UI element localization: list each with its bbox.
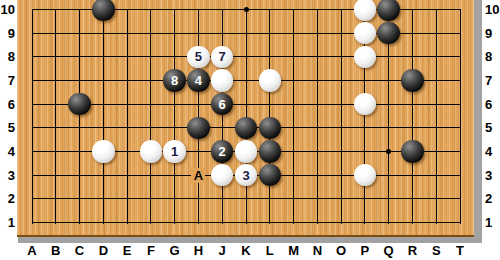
grid-line bbox=[436, 9, 437, 224]
row-label-right-5: 5 bbox=[485, 120, 500, 135]
row-label-left-8: 8 bbox=[0, 49, 15, 64]
row-label-left-3: 3 bbox=[0, 168, 15, 183]
stone-P8 bbox=[354, 46, 377, 69]
col-label-F: F bbox=[142, 244, 160, 258]
grid-line bbox=[150, 9, 151, 224]
row-label-right-8: 8 bbox=[485, 49, 500, 64]
grid-line bbox=[293, 9, 294, 224]
col-label-E: E bbox=[118, 244, 136, 258]
stone-D4 bbox=[92, 140, 115, 163]
row-label-right-10: 10 bbox=[485, 2, 500, 17]
stone-L7 bbox=[259, 69, 282, 92]
row-label-right-4: 4 bbox=[485, 144, 500, 159]
row-label-right-7: 7 bbox=[485, 73, 500, 88]
stone-H8: 5 bbox=[187, 46, 210, 69]
col-label-N: N bbox=[308, 244, 326, 258]
col-label-A: A bbox=[23, 244, 41, 258]
stone-G4: 1 bbox=[163, 140, 186, 163]
move-number: 1 bbox=[171, 144, 178, 159]
stone-L4 bbox=[259, 140, 282, 163]
col-label-B: B bbox=[47, 244, 65, 258]
row-label-left-7: 7 bbox=[0, 73, 15, 88]
col-label-R: R bbox=[403, 244, 421, 258]
row-label-left-6: 6 bbox=[0, 97, 15, 112]
col-label-T: T bbox=[451, 244, 469, 258]
stone-C6 bbox=[68, 93, 91, 116]
col-label-C: C bbox=[71, 244, 89, 258]
point-label-A: A bbox=[191, 168, 205, 183]
grid-line bbox=[127, 9, 128, 224]
go-diagram: A578461231010998877665544332211ABCDEFGHJ… bbox=[0, 0, 500, 260]
move-number: 5 bbox=[195, 49, 202, 64]
grid-line bbox=[341, 9, 342, 224]
col-label-H: H bbox=[189, 244, 207, 258]
grid-line bbox=[174, 9, 175, 224]
col-label-J: J bbox=[213, 244, 231, 258]
col-label-O: O bbox=[332, 244, 350, 258]
stone-D10 bbox=[92, 0, 115, 21]
row-label-right-2: 2 bbox=[485, 191, 500, 206]
col-label-K: K bbox=[237, 244, 255, 258]
row-label-left-1: 1 bbox=[0, 215, 15, 230]
grid-line bbox=[103, 9, 104, 224]
row-label-right-3: 3 bbox=[485, 168, 500, 183]
stone-R4 bbox=[401, 140, 424, 163]
grid-line bbox=[79, 9, 80, 224]
grid-line bbox=[317, 9, 318, 224]
col-label-D: D bbox=[94, 244, 112, 258]
stone-H5 bbox=[187, 117, 210, 140]
grid-line bbox=[55, 9, 56, 224]
row-label-right-1: 1 bbox=[485, 215, 500, 230]
col-label-Q: Q bbox=[380, 244, 398, 258]
grid-line bbox=[222, 9, 223, 224]
row-label-left-9: 9 bbox=[0, 26, 15, 41]
move-number: 2 bbox=[219, 144, 226, 159]
move-number: 6 bbox=[219, 96, 226, 111]
board-shadow-right bbox=[474, 0, 482, 243]
grid-line bbox=[460, 9, 461, 224]
stone-F4 bbox=[140, 140, 163, 163]
row-label-right-6: 6 bbox=[485, 97, 500, 112]
col-label-L: L bbox=[261, 244, 279, 258]
col-label-M: M bbox=[285, 244, 303, 258]
stone-P10 bbox=[354, 0, 377, 21]
grid-line bbox=[32, 9, 33, 224]
row-label-left-10: 10 bbox=[0, 2, 15, 17]
col-label-S: S bbox=[427, 244, 445, 258]
stone-H7: 4 bbox=[187, 69, 210, 92]
row-label-left-5: 5 bbox=[0, 120, 15, 135]
row-label-left-4: 4 bbox=[0, 144, 15, 159]
col-label-P: P bbox=[356, 244, 374, 258]
stone-L5 bbox=[259, 117, 282, 140]
row-label-left-2: 2 bbox=[0, 191, 15, 206]
grid-line bbox=[412, 9, 413, 224]
stone-J4: 2 bbox=[211, 140, 234, 163]
stone-J7 bbox=[211, 69, 234, 92]
col-label-G: G bbox=[166, 244, 184, 258]
move-number: 4 bbox=[195, 73, 202, 88]
star-point-K10 bbox=[244, 7, 249, 12]
move-number: 3 bbox=[242, 167, 249, 182]
stone-Q10 bbox=[377, 0, 400, 21]
move-number: 8 bbox=[171, 73, 178, 88]
stone-K4 bbox=[235, 140, 258, 163]
stone-R7 bbox=[401, 69, 424, 92]
stone-G7: 8 bbox=[163, 69, 186, 92]
row-label-right-9: 9 bbox=[485, 26, 500, 41]
move-number: 7 bbox=[219, 49, 226, 64]
